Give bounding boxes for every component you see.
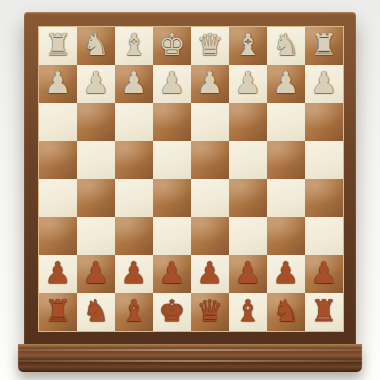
square-b1: ♞ [267, 27, 305, 65]
square-f8: ♝ [115, 293, 153, 331]
molding-highlight-upper [18, 349, 362, 351]
square-b5 [267, 179, 305, 217]
piece-white-knight-g1: ♞ [83, 30, 110, 60]
square-d4 [191, 141, 229, 179]
square-g5 [77, 179, 115, 217]
square-b7: ♟ [267, 255, 305, 293]
piece-black-knight-g8: ♞ [83, 296, 110, 326]
square-e4 [153, 141, 191, 179]
square-a7: ♟ [305, 255, 343, 293]
piece-white-pawn-c2: ♟ [235, 68, 262, 98]
square-h7: ♟ [39, 255, 77, 293]
square-d2: ♟ [191, 65, 229, 103]
piece-white-pawn-h2: ♟ [45, 68, 72, 98]
square-b3 [267, 103, 305, 141]
square-d8: ♛ [191, 293, 229, 331]
square-f2: ♟ [115, 65, 153, 103]
square-d3 [191, 103, 229, 141]
board-frame: ♜♞♝♚♛♝♞♜♟♟♟♟♟♟♟♟♟♟♟♟♟♟♟♟♜♞♝♚♛♝♞♜ [24, 12, 356, 344]
chest-side-molding [18, 344, 362, 372]
piece-black-bishop-c8: ♝ [235, 296, 262, 326]
square-e3 [153, 103, 191, 141]
square-c4 [229, 141, 267, 179]
square-e6 [153, 217, 191, 255]
square-g7: ♟ [77, 255, 115, 293]
square-f3 [115, 103, 153, 141]
square-h4 [39, 141, 77, 179]
piece-white-bishop-f1: ♝ [121, 30, 148, 60]
piece-white-pawn-g2: ♟ [83, 68, 110, 98]
square-g1: ♞ [77, 27, 115, 65]
square-d1: ♛ [191, 27, 229, 65]
chess-board: ♜♞♝♚♛♝♞♜♟♟♟♟♟♟♟♟♟♟♟♟♟♟♟♟♜♞♝♚♛♝♞♜ [38, 26, 344, 332]
square-h5 [39, 179, 77, 217]
piece-black-pawn-b7: ♟ [273, 258, 300, 288]
photo-background: ♜♞♝♚♛♝♞♜♟♟♟♟♟♟♟♟♟♟♟♟♟♟♟♟♜♞♝♚♛♝♞♜ [0, 0, 380, 380]
square-f4 [115, 141, 153, 179]
square-a6 [305, 217, 343, 255]
piece-black-queen-d8: ♛ [197, 296, 224, 326]
square-d5 [191, 179, 229, 217]
piece-black-bishop-f8: ♝ [121, 296, 148, 326]
chess-chest: ♜♞♝♚♛♝♞♜♟♟♟♟♟♟♟♟♟♟♟♟♟♟♟♟♜♞♝♚♛♝♞♜ [24, 12, 356, 372]
square-g8: ♞ [77, 293, 115, 331]
piece-black-king-e8: ♚ [159, 296, 186, 326]
square-a5 [305, 179, 343, 217]
piece-white-pawn-e2: ♟ [159, 68, 186, 98]
square-f6 [115, 217, 153, 255]
piece-black-pawn-f7: ♟ [121, 258, 148, 288]
square-h1: ♜ [39, 27, 77, 65]
piece-white-king-e1: ♚ [159, 30, 186, 60]
piece-white-rook-a1: ♜ [311, 30, 338, 60]
square-a2: ♟ [305, 65, 343, 103]
square-g6 [77, 217, 115, 255]
square-f1: ♝ [115, 27, 153, 65]
piece-black-pawn-h7: ♟ [45, 258, 72, 288]
square-c5 [229, 179, 267, 217]
square-c1: ♝ [229, 27, 267, 65]
square-a4 [305, 141, 343, 179]
square-f7: ♟ [115, 255, 153, 293]
square-a1: ♜ [305, 27, 343, 65]
square-d7: ♟ [191, 255, 229, 293]
piece-white-pawn-a2: ♟ [311, 68, 338, 98]
molding-highlight-lower [18, 360, 362, 362]
square-b8: ♞ [267, 293, 305, 331]
square-b6 [267, 217, 305, 255]
piece-white-pawn-b2: ♟ [273, 68, 300, 98]
piece-black-knight-b8: ♞ [273, 296, 300, 326]
piece-black-pawn-a7: ♟ [311, 258, 338, 288]
square-h3 [39, 103, 77, 141]
piece-white-pawn-d2: ♟ [197, 68, 224, 98]
piece-white-pawn-f2: ♟ [121, 68, 148, 98]
square-c3 [229, 103, 267, 141]
square-f5 [115, 179, 153, 217]
piece-white-bishop-c1: ♝ [235, 30, 262, 60]
square-h8: ♜ [39, 293, 77, 331]
piece-white-knight-b1: ♞ [273, 30, 300, 60]
square-b2: ♟ [267, 65, 305, 103]
square-c7: ♟ [229, 255, 267, 293]
square-c6 [229, 217, 267, 255]
piece-black-rook-h8: ♜ [45, 296, 72, 326]
square-e1: ♚ [153, 27, 191, 65]
piece-white-rook-h1: ♜ [45, 30, 72, 60]
piece-black-pawn-c7: ♟ [235, 258, 262, 288]
square-c8: ♝ [229, 293, 267, 331]
square-h6 [39, 217, 77, 255]
square-e2: ♟ [153, 65, 191, 103]
piece-black-rook-a8: ♜ [311, 296, 338, 326]
square-c2: ♟ [229, 65, 267, 103]
square-e5 [153, 179, 191, 217]
square-g2: ♟ [77, 65, 115, 103]
square-g3 [77, 103, 115, 141]
square-g4 [77, 141, 115, 179]
square-e7: ♟ [153, 255, 191, 293]
square-b4 [267, 141, 305, 179]
square-e8: ♚ [153, 293, 191, 331]
piece-black-pawn-e7: ♟ [159, 258, 186, 288]
piece-white-queen-d1: ♛ [197, 30, 224, 60]
square-a8: ♜ [305, 293, 343, 331]
piece-black-pawn-g7: ♟ [83, 258, 110, 288]
square-d6 [191, 217, 229, 255]
square-h2: ♟ [39, 65, 77, 103]
piece-black-pawn-d7: ♟ [197, 258, 224, 288]
square-a3 [305, 103, 343, 141]
